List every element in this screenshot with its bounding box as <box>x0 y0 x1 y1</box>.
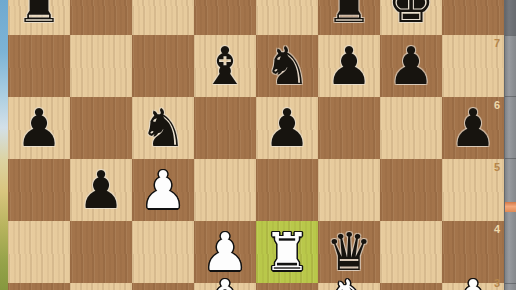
black-pawn-g7[interactable]: ♟ <box>388 35 435 97</box>
black-pawn-e6[interactable]: ♟ <box>264 97 311 159</box>
square-b7[interactable] <box>70 35 132 97</box>
scrollbar-segment-line <box>505 283 516 284</box>
square-g8[interactable]: ♚ <box>380 0 442 35</box>
square-a8[interactable]: ♜ <box>8 0 70 35</box>
black-pawn-h6[interactable]: ♟ <box>450 97 497 159</box>
black-rook-a8-partial[interactable]: ♜ <box>16 0 63 35</box>
square-d6[interactable] <box>194 97 256 159</box>
scrollbar-segment-line <box>505 158 516 159</box>
scrollbar-top-section <box>505 0 516 35</box>
square-e7[interactable]: ♞ <box>256 35 318 97</box>
square-g5[interactable] <box>380 159 442 221</box>
square-d5[interactable] <box>194 159 256 221</box>
black-rook-f8-partial[interactable]: ♜ <box>326 0 373 35</box>
square-e5[interactable] <box>256 159 318 221</box>
square-h7[interactable]: 7 <box>442 35 504 97</box>
black-knight-c6[interactable]: ♞ <box>140 97 187 159</box>
black-king-g8-partial[interactable]: ♚ <box>388 0 435 35</box>
white-bishop-d3-partial[interactable]: ♝ <box>202 273 249 290</box>
black-pawn-f7[interactable]: ♟ <box>326 35 373 97</box>
square-h5[interactable]: 5 <box>442 159 504 221</box>
rank-label-5: 5 <box>494 161 500 173</box>
square-e3[interactable] <box>256 283 318 290</box>
scrollbar-segment-line <box>505 35 516 36</box>
white-pawn-c5[interactable]: ♟ <box>140 159 187 221</box>
rank-label-7: 7 <box>494 37 500 49</box>
square-a7[interactable] <box>8 35 70 97</box>
square-c3[interactable] <box>132 283 194 290</box>
square-h6[interactable]: ♟6 <box>442 97 504 159</box>
square-d3[interactable]: ♝ <box>194 283 256 290</box>
rank-label-3: 3 <box>494 277 500 289</box>
white-knight-f3-partial[interactable]: ♞ <box>326 273 373 290</box>
square-e6[interactable]: ♟ <box>256 97 318 159</box>
rank-label-4: 4 <box>494 223 500 235</box>
desktop-wallpaper-strip <box>0 0 8 290</box>
square-a5[interactable] <box>8 159 70 221</box>
square-e4[interactable]: ♜ <box>256 221 318 283</box>
square-d8[interactable] <box>194 0 256 35</box>
square-c8[interactable] <box>132 0 194 35</box>
square-c4[interactable] <box>132 221 194 283</box>
square-f8[interactable]: ♜ <box>318 0 380 35</box>
square-c7[interactable] <box>132 35 194 97</box>
square-g3[interactable] <box>380 283 442 290</box>
square-c6[interactable]: ♞ <box>132 97 194 159</box>
square-a3[interactable] <box>8 283 70 290</box>
scrollbar-segment-line <box>505 96 516 97</box>
scroll-indicator[interactable] <box>505 202 516 212</box>
rank-label-6: 6 <box>494 99 500 111</box>
square-g6[interactable] <box>380 97 442 159</box>
black-knight-e7[interactable]: ♞ <box>264 35 311 97</box>
square-b6[interactable] <box>70 97 132 159</box>
square-b5[interactable]: ♟ <box>70 159 132 221</box>
square-b3[interactable] <box>70 283 132 290</box>
black-pawn-a6[interactable]: ♟ <box>16 97 63 159</box>
square-h3[interactable]: ♟3 <box>442 283 504 290</box>
square-b4[interactable] <box>70 221 132 283</box>
square-h8[interactable] <box>442 0 504 35</box>
square-g4[interactable] <box>380 221 442 283</box>
black-bishop-d7[interactable]: ♝ <box>202 35 249 97</box>
square-e8[interactable] <box>256 0 318 35</box>
chess-board[interactable]: ♜♜♚♝♞♟♟7♟♞♟♟6♟♟5♟♜♛4♝♞♟3 <box>8 0 504 290</box>
square-a4[interactable] <box>8 221 70 283</box>
square-g7[interactable]: ♟ <box>380 35 442 97</box>
square-a6[interactable]: ♟ <box>8 97 70 159</box>
square-f5[interactable] <box>318 159 380 221</box>
square-f6[interactable] <box>318 97 380 159</box>
screenshot-root: ♜♜♚♝♞♟♟7♟♞♟♟6♟♟5♟♜♛4♝♞♟3 <box>0 0 516 290</box>
square-c5[interactable]: ♟ <box>132 159 194 221</box>
white-pawn-h3-partial[interactable]: ♟ <box>450 273 497 290</box>
square-d7[interactable]: ♝ <box>194 35 256 97</box>
square-f7[interactable]: ♟ <box>318 35 380 97</box>
scrollbar-strip[interactable] <box>504 0 516 290</box>
square-b8[interactable] <box>70 0 132 35</box>
black-pawn-b5[interactable]: ♟ <box>78 159 125 221</box>
square-f3[interactable]: ♞ <box>318 283 380 290</box>
white-rook-e4[interactable]: ♜ <box>264 221 311 283</box>
